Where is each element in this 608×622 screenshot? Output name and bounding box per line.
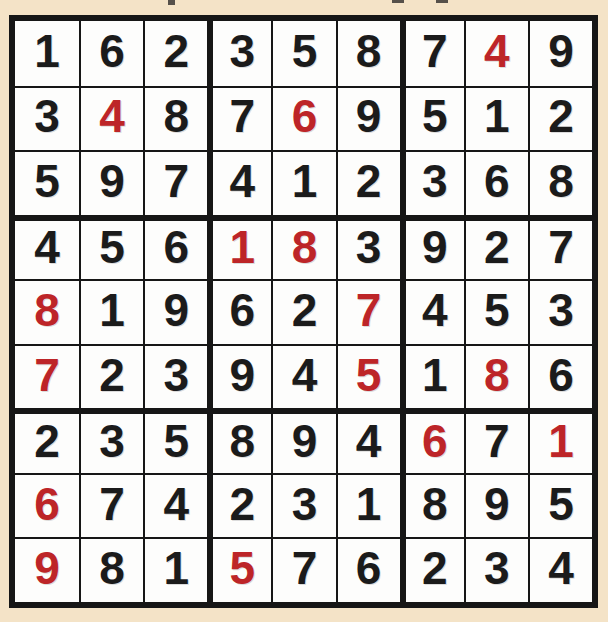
cell-r3c5: 1 (271, 150, 335, 215)
cell-r8c3: 4 (143, 473, 207, 538)
sudoku-board: 1623587493487695125974123684561839278196… (9, 15, 598, 608)
cell-r7c6: 4 (336, 408, 400, 473)
cell-r8c6: 1 (336, 473, 400, 538)
cell-r6c5: 4 (271, 344, 335, 409)
cell-r9c3: 1 (143, 537, 207, 602)
cell-r3c2: 9 (79, 150, 143, 215)
cell-r5c3: 9 (143, 279, 207, 344)
cell-r5c5: 2 (271, 279, 335, 344)
cell-r9c6: 6 (336, 537, 400, 602)
cell-r6c2: 2 (79, 344, 143, 409)
cell-r1c6: 8 (336, 21, 400, 86)
cell-r8c2: 7 (79, 473, 143, 538)
cell-r4c2: 5 (79, 215, 143, 280)
cell-r6c4: 9 (207, 344, 271, 409)
cell-r1c4: 3 (207, 21, 271, 86)
cell-r4c1: 4 (15, 215, 79, 280)
cropped-title-descender (392, 0, 404, 3)
cell-r4c8: 2 (464, 215, 528, 280)
cell-r9c2: 8 (79, 537, 143, 602)
cell-r7c7: 6 (400, 408, 464, 473)
cell-r2c4: 7 (207, 86, 271, 151)
cell-r4c6: 3 (336, 215, 400, 280)
cell-r2c1: 3 (15, 86, 79, 151)
cell-r1c8: 4 (464, 21, 528, 86)
cell-r5c2: 1 (79, 279, 143, 344)
cell-r1c2: 6 (79, 21, 143, 86)
cell-r2c3: 8 (143, 86, 207, 151)
cell-r4c4: 1 (207, 215, 271, 280)
cell-r9c1: 9 (15, 537, 79, 602)
cell-r4c3: 6 (143, 215, 207, 280)
cell-r7c2: 3 (79, 408, 143, 473)
cell-r6c6: 5 (336, 344, 400, 409)
cell-r7c8: 7 (464, 408, 528, 473)
cell-r3c3: 7 (143, 150, 207, 215)
cell-r9c5: 7 (271, 537, 335, 602)
cell-r9c9: 4 (528, 537, 592, 602)
cell-r9c4: 5 (207, 537, 271, 602)
cell-r3c4: 4 (207, 150, 271, 215)
cell-r7c9: 1 (528, 408, 592, 473)
cropped-title-descender (168, 0, 175, 5)
cell-r7c1: 2 (15, 408, 79, 473)
cell-r7c5: 9 (271, 408, 335, 473)
cell-r7c3: 5 (143, 408, 207, 473)
cell-r8c1: 6 (15, 473, 79, 538)
cell-r5c1: 8 (15, 279, 79, 344)
cell-r1c5: 5 (271, 21, 335, 86)
cell-r9c7: 2 (400, 537, 464, 602)
cell-r5c6: 7 (336, 279, 400, 344)
cell-r5c4: 6 (207, 279, 271, 344)
cell-r1c9: 9 (528, 21, 592, 86)
cell-r2c2: 4 (79, 86, 143, 151)
cell-r5c8: 5 (464, 279, 528, 344)
cell-r5c7: 4 (400, 279, 464, 344)
cell-r4c5: 8 (271, 215, 335, 280)
cell-r4c9: 7 (528, 215, 592, 280)
cell-r1c1: 1 (15, 21, 79, 86)
cell-r2c8: 1 (464, 86, 528, 151)
cell-r8c7: 8 (400, 473, 464, 538)
cell-r6c7: 1 (400, 344, 464, 409)
cell-r8c5: 3 (271, 473, 335, 538)
cell-r2c5: 6 (271, 86, 335, 151)
cell-r8c4: 2 (207, 473, 271, 538)
cell-r2c6: 9 (336, 86, 400, 151)
cell-r7c4: 8 (207, 408, 271, 473)
cell-r3c9: 8 (528, 150, 592, 215)
cell-r4c7: 9 (400, 215, 464, 280)
cell-r2c9: 2 (528, 86, 592, 151)
cell-r6c1: 7 (15, 344, 79, 409)
cell-r1c3: 2 (143, 21, 207, 86)
cell-r3c8: 6 (464, 150, 528, 215)
cell-r1c7: 7 (400, 21, 464, 86)
cell-r6c3: 3 (143, 344, 207, 409)
cell-r6c9: 6 (528, 344, 592, 409)
cell-r3c1: 5 (15, 150, 79, 215)
cropped-title-descender (436, 0, 448, 3)
cell-r3c7: 3 (400, 150, 464, 215)
cell-r5c9: 3 (528, 279, 592, 344)
cell-r2c7: 5 (400, 86, 464, 151)
cell-r3c6: 2 (336, 150, 400, 215)
cell-r6c8: 8 (464, 344, 528, 409)
cell-r8c9: 5 (528, 473, 592, 538)
cell-r9c8: 3 (464, 537, 528, 602)
cell-r8c8: 9 (464, 473, 528, 538)
